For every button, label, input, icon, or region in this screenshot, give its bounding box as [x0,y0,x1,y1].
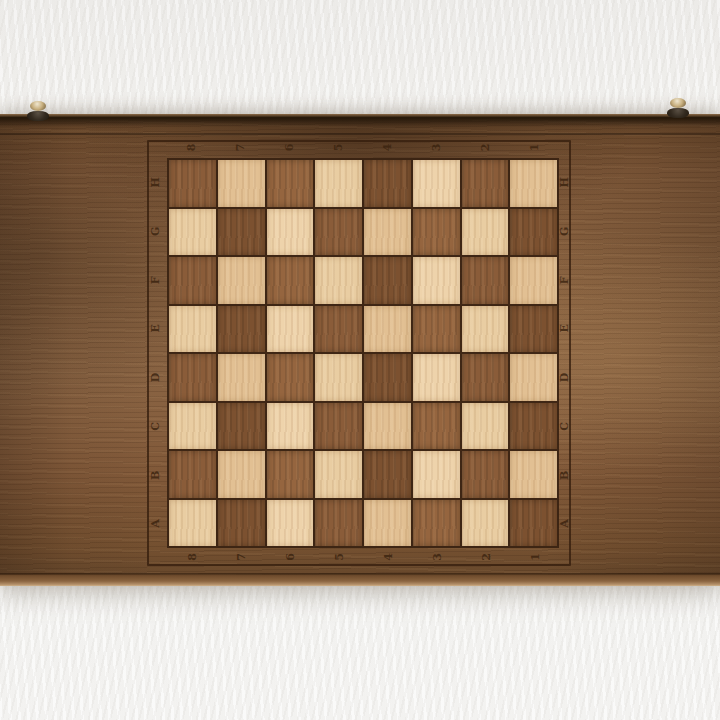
knob-cap [30,101,46,111]
file-label-f: F [540,272,589,288]
square-e4 [364,306,411,353]
rank-label-5: 5 [330,123,347,172]
rank-label-4: 4 [379,123,396,172]
file-label-d: D [131,367,180,387]
knob-base [667,108,689,118]
square-g6 [267,209,314,256]
file-label-h: H [540,174,589,190]
square-g4 [364,209,411,256]
square-g5 [315,209,362,256]
square-b5 [315,451,362,498]
square-c4 [364,403,411,450]
square-d5 [315,354,362,401]
square-f4 [364,257,411,304]
file-labels-left: HGFEDCBA [145,158,165,548]
square-b3 [413,451,460,498]
square-e7 [218,306,265,353]
right-latch-knob [666,98,690,118]
square-e3 [413,306,460,353]
rank-label-8: 8 [185,533,199,582]
rank-label-2: 2 [479,533,493,582]
square-d2 [462,354,509,401]
square-b4 [364,451,411,498]
rank-label-4: 4 [381,533,395,582]
board-photo: 87654321 87654321 HGFEDCBA HGFEDCBA [0,0,720,720]
file-label-e: E [540,321,589,337]
rank-labels-top: 87654321 [167,139,559,156]
file-label-f: F [131,270,180,290]
rank-labels-bottom: 87654321 [167,550,559,564]
file-label-c: C [540,418,589,434]
square-f6 [267,257,314,304]
rank-label-3: 3 [428,123,445,172]
file-label-b: B [540,467,589,483]
square-e2 [462,306,509,353]
square-f7 [218,257,265,304]
rank-label-1: 1 [526,123,543,172]
rank-label-6: 6 [283,533,297,582]
file-label-a: A [131,514,180,534]
knob-cap [670,98,686,108]
square-c5 [315,403,362,450]
rank-label-1: 1 [528,533,542,582]
file-label-d: D [540,369,589,385]
rank-label-2: 2 [477,123,494,172]
board-front-edge [0,573,720,586]
square-e5 [315,306,362,353]
knob-base [27,111,49,121]
square-f2 [462,257,509,304]
square-g2 [462,209,509,256]
left-latch-knob [26,101,50,121]
file-label-h: H [131,172,180,192]
square-c2 [462,403,509,450]
chess-grid [167,158,559,548]
file-label-e: E [131,319,180,339]
square-f3 [413,257,460,304]
square-b6 [267,451,314,498]
board-top-edge-seam [0,114,720,127]
lid-joint-line [0,133,720,135]
file-labels-right: HGFEDCBA [556,158,572,548]
rank-label-5: 5 [332,533,346,582]
square-d3 [413,354,460,401]
square-c7 [218,403,265,450]
square-g7 [218,209,265,256]
rank-label-7: 7 [232,123,249,172]
rank-label-8: 8 [183,123,200,172]
square-c3 [413,403,460,450]
square-b7 [218,451,265,498]
square-f5 [315,257,362,304]
square-c6 [267,403,314,450]
file-label-a: A [540,516,589,532]
square-g3 [413,209,460,256]
square-e6 [267,306,314,353]
square-d6 [267,354,314,401]
square-d7 [218,354,265,401]
square-d4 [364,354,411,401]
file-label-c: C [131,416,180,436]
rank-label-3: 3 [430,533,444,582]
file-label-g: G [540,223,589,239]
square-b2 [462,451,509,498]
file-label-g: G [131,221,180,241]
rank-label-6: 6 [281,123,298,172]
rank-label-7: 7 [234,533,248,582]
file-label-b: B [131,465,180,485]
